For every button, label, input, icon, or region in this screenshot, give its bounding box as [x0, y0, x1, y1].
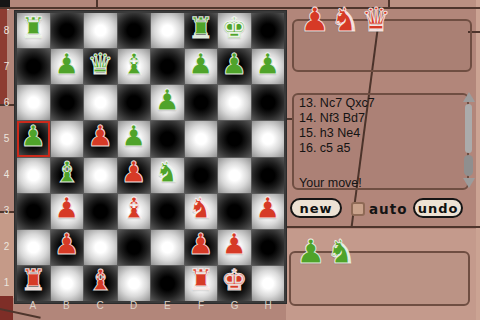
square-h6[interactable]	[252, 85, 285, 120]
square-f6[interactable]	[185, 85, 218, 120]
captured-black-N: ♞	[327, 235, 357, 268]
square-g4[interactable]	[218, 158, 251, 193]
piece-white-N-f3: ♞	[188, 194, 214, 223]
rank-label-8: 8	[0, 12, 13, 48]
piece-white-B-c1: ♝	[87, 266, 113, 295]
square-g6[interactable]	[218, 85, 251, 120]
crack-line	[0, 7, 480, 9]
square-c2[interactable]	[84, 230, 117, 265]
square-g3[interactable]	[218, 194, 251, 229]
captured-white-Q: ♛	[361, 3, 391, 36]
captured-white-P: ♟	[300, 3, 330, 36]
square-d8[interactable]	[118, 13, 151, 48]
rank-label-7: 7	[0, 48, 13, 84]
piece-white-P-b3: ♟	[54, 194, 80, 223]
square-a8[interactable]: ♜	[17, 13, 50, 48]
square-h3[interactable]: ♟	[252, 194, 285, 229]
rank-label-1: 1	[0, 264, 13, 300]
square-e6[interactable]: ♟	[151, 85, 184, 120]
square-e7[interactable]	[151, 49, 184, 84]
file-label-E: E	[151, 297, 185, 313]
square-g8[interactable]: ♚	[218, 13, 251, 48]
scrollbar-track[interactable]	[465, 104, 472, 153]
square-e8[interactable]	[151, 13, 184, 48]
square-e1[interactable]	[151, 266, 184, 301]
top-right-light-patch	[390, 0, 480, 7]
rank-label-6: 6	[0, 84, 13, 120]
piece-black-P-e6: ♟	[154, 86, 180, 115]
move-list-entry: 14. Nf3 Bd7	[299, 111, 449, 126]
square-h4[interactable]	[252, 158, 285, 193]
square-e3[interactable]	[151, 194, 184, 229]
auto-checkbox[interactable]	[351, 202, 365, 216]
square-d1[interactable]	[118, 266, 151, 301]
square-d5[interactable]: ♟	[118, 121, 151, 156]
piece-black-P-g7: ♟	[221, 50, 247, 79]
scrollbar-thumb[interactable]	[464, 155, 473, 176]
square-e2[interactable]	[151, 230, 184, 265]
square-e4[interactable]: ♞	[151, 158, 184, 193]
chess-board: ♜♜♚♟♛♝♟♟♟♟♟♟♟♝♟♞♟♝♞♟♟♟♟♜♝♜♚	[14, 10, 287, 304]
square-a6[interactable]	[17, 85, 50, 120]
captured-black-P: ♟	[296, 235, 326, 268]
piece-black-P-b7: ♟	[54, 50, 80, 79]
rank-label-4: 4	[0, 156, 13, 192]
square-a7[interactable]	[17, 49, 50, 84]
square-c1[interactable]: ♝	[84, 266, 117, 301]
file-label-H: H	[251, 297, 285, 313]
right-edge-strip	[476, 0, 480, 320]
piece-black-P-d5: ♟	[121, 122, 147, 151]
piece-white-P-h3: ♟	[255, 194, 281, 223]
captured-white-pieces: ♟♞♛	[300, 8, 391, 36]
piece-white-R-f1: ♜	[188, 266, 214, 295]
captured-black-pieces: ♟♞	[296, 240, 356, 268]
square-d7[interactable]: ♝	[118, 49, 151, 84]
crack-line	[96, 0, 98, 8]
square-c5[interactable]: ♟	[84, 121, 117, 156]
piece-black-P-f7: ♟	[188, 50, 214, 79]
piece-white-P-g2: ♟	[221, 230, 247, 259]
square-b5[interactable]	[51, 121, 84, 156]
square-g5[interactable]	[218, 121, 251, 156]
square-f5[interactable]	[185, 121, 218, 156]
square-a5[interactable]: ♟	[17, 121, 50, 156]
move-list-scrollbar[interactable]	[462, 92, 475, 192]
square-a4[interactable]	[17, 158, 50, 193]
move-list-entry: 16. c5 a5	[299, 141, 449, 156]
square-e5[interactable]	[151, 121, 184, 156]
square-b3[interactable]: ♟	[51, 194, 84, 229]
piece-white-R-a1: ♜	[20, 266, 46, 295]
piece-black-R-a8: ♜	[20, 14, 46, 43]
piece-black-P-h7: ♟	[255, 50, 281, 79]
piece-black-K-g8: ♚	[221, 14, 247, 43]
piece-white-B-d3: ♝	[121, 194, 147, 223]
move-list: 13. Nc7 Qxc714. Nf3 Bd715. h3 Ne416. c5 …	[299, 96, 449, 156]
square-c6[interactable]	[84, 85, 117, 120]
square-h1[interactable]	[252, 266, 285, 301]
square-b4[interactable]: ♝	[51, 158, 84, 193]
square-b2[interactable]: ♟	[51, 230, 84, 265]
square-b6[interactable]	[51, 85, 84, 120]
rank-label-2: 2	[0, 228, 13, 264]
square-h8[interactable]	[252, 13, 285, 48]
piece-white-P-b2: ♟	[54, 230, 80, 259]
scroll-down-icon[interactable]	[463, 178, 475, 188]
square-a3[interactable]	[17, 194, 50, 229]
move-list-entry: 15. h3 Ne4	[299, 126, 449, 141]
piece-white-K-g1: ♚	[221, 266, 247, 295]
square-h2[interactable]	[252, 230, 285, 265]
file-label-G: G	[218, 297, 252, 313]
piece-black-B-b4: ♝	[54, 158, 80, 187]
square-c8[interactable]	[84, 13, 117, 48]
status-text: Your move!	[299, 176, 362, 190]
piece-black-Q-c7: ♛	[87, 50, 113, 79]
piece-white-P-c5: ♟	[87, 122, 113, 151]
rank-labels: 87654321	[0, 12, 13, 300]
square-c7[interactable]: ♛	[84, 49, 117, 84]
square-g7[interactable]: ♟	[218, 49, 251, 84]
crack-line	[270, 226, 480, 228]
square-d3[interactable]: ♝	[118, 194, 151, 229]
square-f8[interactable]: ♜	[185, 13, 218, 48]
auto-label: auto	[369, 201, 407, 217]
file-labels: ABCDEFGH	[16, 297, 285, 313]
square-b1[interactable]	[51, 266, 84, 301]
board-grid: ♜♜♚♟♛♝♟♟♟♟♟♟♟♝♟♞♟♝♞♟♟♟♟♜♝♜♚	[17, 13, 284, 301]
square-h5[interactable]	[252, 121, 285, 156]
square-d4[interactable]: ♟	[118, 158, 151, 193]
square-c4[interactable]	[84, 158, 117, 193]
square-f2[interactable]: ♟	[185, 230, 218, 265]
file-label-F: F	[184, 297, 218, 313]
piece-black-R-f8: ♜	[188, 14, 214, 43]
crack-line	[388, 0, 390, 8]
square-g2[interactable]: ♟	[218, 230, 251, 265]
square-b8[interactable]	[51, 13, 84, 48]
piece-black-B-d7: ♝	[121, 50, 147, 79]
square-a1[interactable]: ♜	[17, 266, 50, 301]
piece-white-P-d4: ♟	[121, 158, 147, 187]
piece-black-N-e4: ♞	[154, 158, 180, 187]
new-button[interactable]: new	[290, 198, 342, 218]
undo-button[interactable]: undo	[413, 198, 463, 218]
square-a2[interactable]	[17, 230, 50, 265]
square-d2[interactable]	[118, 230, 151, 265]
square-f1[interactable]: ♜	[185, 266, 218, 301]
square-d6[interactable]	[118, 85, 151, 120]
piece-white-P-f2: ♟	[188, 230, 214, 259]
file-label-C: C	[83, 297, 117, 313]
square-b7[interactable]: ♟	[51, 49, 84, 84]
square-f3[interactable]: ♞	[185, 194, 218, 229]
move-list-entry: 13. Nc7 Qxc7	[299, 96, 449, 111]
square-c3[interactable]	[84, 194, 117, 229]
square-g1[interactable]: ♚	[218, 266, 251, 301]
file-label-A: A	[16, 297, 50, 313]
square-h7[interactable]: ♟	[252, 49, 285, 84]
square-f7[interactable]: ♟	[185, 49, 218, 84]
rank-label-5: 5	[0, 120, 13, 156]
file-label-D: D	[117, 297, 151, 313]
captured-white-N: ♞	[331, 3, 361, 36]
rank-label-3: 3	[0, 192, 13, 228]
scroll-up-icon[interactable]	[463, 92, 475, 102]
piece-black-P-a5: ♟	[20, 122, 46, 151]
file-label-B: B	[50, 297, 84, 313]
square-f4[interactable]	[185, 158, 218, 193]
